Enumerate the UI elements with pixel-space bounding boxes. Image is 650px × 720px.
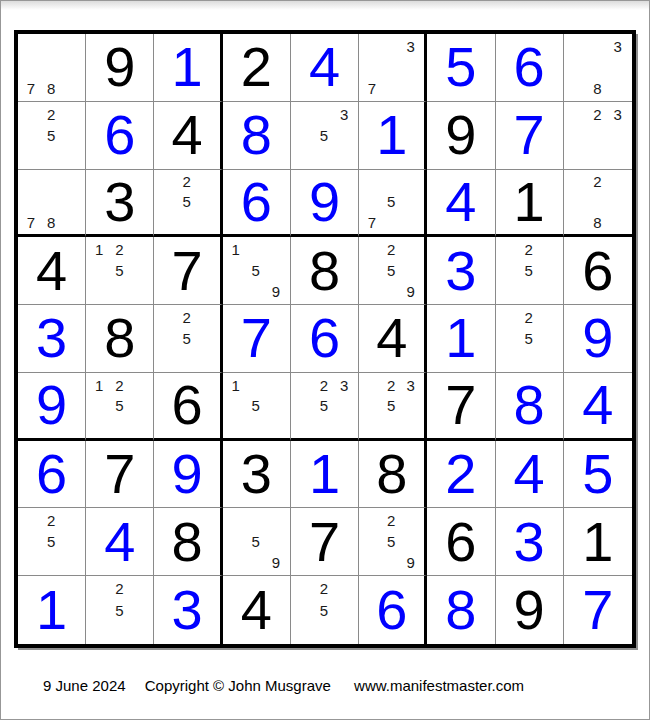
solved-digit: 6 [376, 582, 407, 638]
cell-r5c2[interactable]: 8 [86, 305, 154, 373]
solved-digit: 4 [445, 174, 476, 230]
solved-digit: 5 [582, 446, 613, 502]
candidate-5: 5 [177, 328, 196, 349]
candidate-5: 5 [314, 599, 334, 620]
candidate-5: 5 [41, 531, 61, 552]
cell-r6c2[interactable]: 125 [86, 373, 154, 441]
solved-digit: 1 [36, 582, 67, 638]
cell-r2c7[interactable]: 9 [427, 102, 495, 170]
candidate-2: 2 [41, 510, 61, 531]
solved-digit: 3 [514, 514, 545, 570]
cell-r6c1[interactable]: 9 [18, 373, 86, 441]
pencil-marks: 37 [362, 36, 420, 99]
candidate-5: 5 [109, 395, 129, 415]
cell-r8c9[interactable]: 1 [564, 508, 632, 576]
given-digit: 6 [171, 377, 202, 433]
given-digit: 7 [309, 514, 340, 570]
cell-r2c6[interactable]: 1 [359, 102, 427, 170]
solved-digit: 9 [36, 377, 67, 433]
candidate-9: 9 [266, 281, 286, 302]
cell-r1c9[interactable]: 38 [564, 34, 632, 102]
candidate-5: 5 [382, 192, 401, 212]
cell-r5c1[interactable]: 3 [18, 305, 86, 373]
cell-r5c8[interactable]: 25 [496, 305, 564, 373]
candidate-5: 5 [246, 260, 266, 281]
solved-digit: 9 [309, 174, 340, 230]
solved-digit: 9 [582, 310, 613, 366]
solved-digit: 7 [582, 582, 613, 638]
cell-r3c9[interactable]: 28 [564, 170, 632, 238]
candidate-2: 2 [519, 307, 539, 328]
pencil-marks: 28 [567, 172, 628, 233]
pencil-marks: 25 [89, 578, 149, 642]
solved-digit: 6 [241, 174, 272, 230]
candidate-2: 2 [177, 307, 196, 328]
cell-r1c2[interactable]: 9 [86, 34, 154, 102]
candidate-8: 8 [587, 212, 607, 232]
cell-r8c2[interactable]: 4 [86, 508, 154, 576]
candidate-1: 1 [89, 375, 109, 395]
cell-r5c9[interactable]: 9 [564, 305, 632, 373]
pencil-marks: 259 [362, 510, 420, 573]
cell-r8c4[interactable]: 59 [223, 508, 291, 576]
pencil-marks: 15 [226, 375, 286, 436]
candidate-2: 2 [314, 578, 334, 599]
cell-r4c3[interactable]: 7 [154, 237, 222, 305]
cell-r9c2[interactable]: 25 [86, 576, 154, 644]
cell-r1c5[interactable]: 4 [291, 34, 359, 102]
cell-r3c4[interactable]: 6 [223, 170, 291, 238]
cell-r1c6[interactable]: 37 [359, 34, 427, 102]
solved-digit: 3 [445, 243, 476, 299]
solved-digit: 8 [514, 377, 545, 433]
candidate-3: 3 [401, 375, 420, 395]
cell-r5c7[interactable]: 1 [427, 305, 495, 373]
cell-r9c1[interactable]: 1 [18, 576, 86, 644]
candidate-7: 7 [362, 78, 381, 99]
given-digit: 1 [514, 174, 545, 230]
given-digit: 8 [309, 243, 340, 299]
solved-digit: 9 [171, 446, 202, 502]
cell-r7c6[interactable]: 8 [359, 441, 427, 509]
cell-r9c7[interactable]: 8 [427, 576, 495, 644]
candidate-8: 8 [587, 78, 607, 99]
cell-r3c8[interactable]: 1 [496, 170, 564, 238]
candidate-2: 2 [314, 375, 334, 395]
cell-r4c4[interactable]: 159 [223, 237, 291, 305]
candidate-3: 3 [334, 375, 354, 395]
given-digit: 9 [104, 39, 135, 95]
cell-r8c6[interactable]: 259 [359, 508, 427, 576]
pencil-marks: 25 [499, 239, 559, 302]
candidate-2: 2 [177, 172, 196, 192]
pencil-marks: 35 [294, 104, 354, 167]
cell-r2c5[interactable]: 35 [291, 102, 359, 170]
solved-digit: 8 [445, 582, 476, 638]
cell-r2c8[interactable]: 7 [496, 102, 564, 170]
candidate-2: 2 [587, 104, 607, 125]
solved-digit: 6 [36, 446, 67, 502]
cell-r9c4[interactable]: 4 [223, 576, 291, 644]
cell-r1c3[interactable]: 1 [154, 34, 222, 102]
pencil-marks: 78 [21, 36, 81, 99]
pencil-marks: 25 [157, 172, 215, 233]
given-digit: 4 [241, 582, 272, 638]
given-digit: 6 [445, 514, 476, 570]
cell-r6c4[interactable]: 15 [223, 373, 291, 441]
pencil-marks: 25 [21, 510, 81, 573]
given-digit: 4 [36, 243, 67, 299]
cell-r3c3[interactable]: 25 [154, 170, 222, 238]
cell-r9c3[interactable]: 3 [154, 576, 222, 644]
footer-website[interactable]: www.manifestmaster.com [354, 677, 524, 694]
cell-r7c9[interactable]: 5 [564, 441, 632, 509]
solved-digit: 1 [309, 446, 340, 502]
cell-r6c6[interactable]: 235 [359, 373, 427, 441]
cell-r6c9[interactable]: 4 [564, 373, 632, 441]
pencil-marks: 25 [21, 104, 81, 167]
cell-r5c5[interactable]: 6 [291, 305, 359, 373]
pencil-marks: 78 [21, 172, 81, 233]
pencil-marks: 59 [226, 510, 286, 573]
cell-r5c6[interactable]: 4 [359, 305, 427, 373]
candidate-3: 3 [608, 104, 628, 125]
candidate-5: 5 [382, 260, 401, 281]
cell-r5c4[interactable]: 7 [223, 305, 291, 373]
cell-r7c2[interactable]: 7 [86, 441, 154, 509]
pencil-marks: 25 [499, 307, 559, 370]
cell-r7c1[interactable]: 6 [18, 441, 86, 509]
solved-digit: 4 [514, 446, 545, 502]
candidate-5: 5 [109, 260, 129, 281]
candidate-9: 9 [401, 281, 420, 302]
sudoku-board: 7891243756382564835197237832569574128412… [14, 30, 636, 648]
candidate-2: 2 [382, 239, 401, 260]
pencil-marks: 259 [362, 239, 420, 302]
solved-digit: 8 [241, 107, 272, 163]
solved-digit: 7 [241, 310, 272, 366]
candidate-5: 5 [246, 395, 266, 415]
cell-r4c6[interactable]: 259 [359, 237, 427, 305]
given-digit: 4 [376, 310, 407, 366]
candidate-5: 5 [314, 395, 334, 415]
cell-r7c8[interactable]: 4 [496, 441, 564, 509]
candidate-5: 5 [519, 260, 539, 281]
solved-digit: 7 [514, 107, 545, 163]
solved-digit: 5 [445, 39, 476, 95]
candidate-1: 1 [226, 375, 246, 395]
cell-r3c7[interactable]: 4 [427, 170, 495, 238]
cell-r7c5[interactable]: 1 [291, 441, 359, 509]
cell-r8c3[interactable]: 8 [154, 508, 222, 576]
candidate-1: 1 [89, 239, 109, 260]
cell-r3c6[interactable]: 57 [359, 170, 427, 238]
given-digit: 3 [241, 446, 272, 502]
candidate-7: 7 [21, 78, 41, 99]
candidate-9: 9 [401, 552, 420, 573]
cell-r1c8[interactable]: 6 [496, 34, 564, 102]
cell-r8c1[interactable]: 25 [18, 508, 86, 576]
solved-digit: 4 [104, 514, 135, 570]
solved-digit: 1 [171, 39, 202, 95]
candidate-8: 8 [41, 78, 61, 99]
candidate-5: 5 [41, 125, 61, 146]
pencil-marks: 159 [226, 239, 286, 302]
solved-digit: 4 [309, 39, 340, 95]
cell-r8c8[interactable]: 3 [496, 508, 564, 576]
cell-r7c7[interactable]: 2 [427, 441, 495, 509]
cell-r2c4[interactable]: 8 [223, 102, 291, 170]
given-digit: 9 [445, 107, 476, 163]
cell-r8c7[interactable]: 6 [427, 508, 495, 576]
cell-r9c9[interactable]: 7 [564, 576, 632, 644]
cell-r6c8[interactable]: 8 [496, 373, 564, 441]
cell-r4c9[interactable]: 6 [564, 237, 632, 305]
pencil-marks: 38 [567, 36, 628, 99]
cell-r4c1[interactable]: 4 [18, 237, 86, 305]
solved-digit: 1 [376, 107, 407, 163]
candidate-2: 2 [109, 375, 129, 395]
candidate-5: 5 [177, 192, 196, 212]
cell-r6c5[interactable]: 235 [291, 373, 359, 441]
solved-digit: 6 [104, 107, 135, 163]
solved-digit: 6 [514, 39, 545, 95]
cell-r4c5[interactable]: 8 [291, 237, 359, 305]
pencil-marks: 23 [567, 104, 628, 167]
page: 7891243756382564835197237832569574128412… [0, 0, 650, 720]
pencil-marks: 125 [89, 239, 149, 302]
cell-r1c4[interactable]: 2 [223, 34, 291, 102]
footer-copyright: Copyright © John Musgrave [145, 677, 331, 694]
candidate-8: 8 [41, 212, 61, 232]
given-digit: 7 [171, 243, 202, 299]
cell-r1c1[interactable]: 78 [18, 34, 86, 102]
candidate-2: 2 [109, 239, 129, 260]
candidate-5: 5 [382, 395, 401, 415]
candidate-5: 5 [519, 328, 539, 349]
cell-r2c3[interactable]: 4 [154, 102, 222, 170]
pencil-marks: 125 [89, 375, 149, 436]
candidate-3: 3 [608, 36, 628, 57]
solved-digit: 4 [582, 377, 613, 433]
cell-r7c4[interactable]: 3 [223, 441, 291, 509]
solved-digit: 3 [36, 310, 67, 366]
given-digit: 8 [104, 310, 135, 366]
cell-r4c8[interactable]: 25 [496, 237, 564, 305]
cell-r3c1[interactable]: 78 [18, 170, 86, 238]
candidate-7: 7 [21, 212, 41, 232]
cell-r9c5[interactable]: 25 [291, 576, 359, 644]
pencil-marks: 25 [157, 307, 215, 370]
candidate-2: 2 [519, 239, 539, 260]
solved-digit: 3 [171, 582, 202, 638]
footer-date: 9 June 2024 [43, 677, 126, 694]
solved-digit: 1 [445, 310, 476, 366]
candidate-3: 3 [334, 104, 354, 125]
cell-r2c1[interactable]: 25 [18, 102, 86, 170]
candidate-9: 9 [266, 552, 286, 573]
cell-r1c7[interactable]: 5 [427, 34, 495, 102]
given-digit: 3 [104, 174, 135, 230]
cell-r3c5[interactable]: 9 [291, 170, 359, 238]
candidate-2: 2 [41, 104, 61, 125]
cell-r9c8[interactable]: 9 [496, 576, 564, 644]
cell-r3c2[interactable]: 3 [86, 170, 154, 238]
candidate-5: 5 [246, 531, 266, 552]
cell-r5c3[interactable]: 25 [154, 305, 222, 373]
cell-r2c2[interactable]: 6 [86, 102, 154, 170]
pencil-marks: 25 [294, 578, 354, 642]
given-digit: 1 [582, 514, 613, 570]
pencil-marks: 235 [362, 375, 420, 436]
footer: 9 June 2024 Copyright © John Musgrave ww… [43, 677, 524, 694]
candidate-1: 1 [226, 239, 246, 260]
cell-r7c3[interactable]: 9 [154, 441, 222, 509]
cell-r8c5[interactable]: 7 [291, 508, 359, 576]
candidate-7: 7 [362, 212, 381, 232]
given-digit: 4 [171, 107, 202, 163]
cell-r2c9[interactable]: 23 [564, 102, 632, 170]
candidate-5: 5 [109, 599, 129, 620]
solved-digit: 2 [445, 446, 476, 502]
pencil-marks: 235 [294, 375, 354, 436]
given-digit: 7 [445, 377, 476, 433]
solved-digit: 6 [309, 310, 340, 366]
cell-r4c7[interactable]: 3 [427, 237, 495, 305]
candidate-3: 3 [401, 36, 420, 57]
candidate-2: 2 [382, 375, 401, 395]
cell-r9c6[interactable]: 6 [359, 576, 427, 644]
given-digit: 2 [241, 39, 272, 95]
given-digit: 8 [171, 514, 202, 570]
given-digit: 8 [376, 446, 407, 502]
candidate-2: 2 [109, 578, 129, 599]
given-digit: 7 [104, 446, 135, 502]
cell-r6c3[interactable]: 6 [154, 373, 222, 441]
pencil-marks: 57 [362, 172, 420, 233]
candidate-5: 5 [314, 125, 334, 146]
candidate-2: 2 [587, 172, 607, 192]
candidate-5: 5 [382, 531, 401, 552]
given-digit: 6 [582, 243, 613, 299]
cell-r6c7[interactable]: 7 [427, 373, 495, 441]
candidate-2: 2 [382, 510, 401, 531]
cell-r4c2[interactable]: 125 [86, 237, 154, 305]
given-digit: 9 [514, 582, 545, 638]
